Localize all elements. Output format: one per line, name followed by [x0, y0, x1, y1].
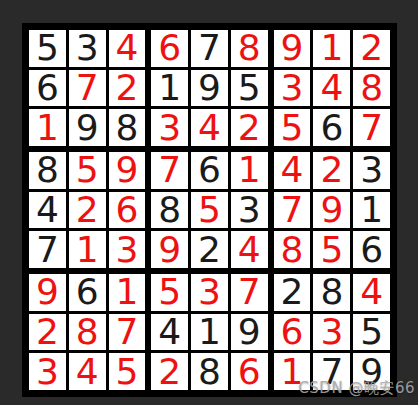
solved-digit: 2	[238, 110, 261, 146]
cell-r1c3: 4	[109, 30, 146, 67]
given-digit: 1	[198, 314, 221, 350]
cell-r5c3: 6	[109, 192, 146, 229]
solved-digit: 5	[198, 192, 221, 228]
cell-r2c5: 9	[191, 70, 228, 107]
cell-r7c8: 8	[313, 274, 350, 311]
solved-digit: 2	[320, 152, 343, 188]
solved-digit: 6	[238, 354, 261, 390]
cell-r8c3: 7	[109, 314, 146, 351]
cell-r3c8: 6	[313, 109, 350, 146]
box-4: 859426713	[29, 152, 145, 268]
given-digit: 4	[36, 192, 59, 228]
box-6: 423791856	[274, 152, 390, 268]
cell-r8c4: 4	[151, 314, 188, 351]
cell-r4c5: 6	[191, 152, 228, 189]
cell-r6c6: 4	[231, 231, 268, 268]
cell-r4c2: 5	[69, 152, 106, 189]
cell-r5c9: 1	[353, 192, 390, 229]
solved-digit: 5	[158, 274, 181, 310]
solved-digit: 7	[158, 152, 181, 188]
solved-digit: 1	[36, 110, 59, 146]
sudoku-board: 5346721986781953429123485678594267137618…	[22, 23, 397, 397]
solved-digit: 2	[158, 354, 181, 390]
given-digit: 9	[238, 314, 261, 350]
given-digit: 3	[360, 152, 383, 188]
cell-r2c3: 2	[109, 70, 146, 107]
solved-digit: 5	[115, 354, 138, 390]
cell-r6c9: 6	[353, 231, 390, 268]
solved-digit: 4	[238, 232, 261, 268]
cell-r7c5: 3	[191, 274, 228, 311]
solved-digit: 6	[158, 30, 181, 66]
cell-r9c2: 4	[69, 353, 106, 390]
cell-r3c1: 1	[29, 109, 66, 146]
given-digit: 7	[36, 232, 59, 268]
cell-r1c8: 1	[313, 30, 350, 67]
cell-r6c5: 2	[191, 231, 228, 268]
solved-digit: 5	[281, 110, 304, 146]
box-8: 537419286	[151, 274, 267, 390]
given-digit: 2	[198, 232, 221, 268]
cell-r8c5: 1	[191, 314, 228, 351]
cell-r8c9: 5	[353, 314, 390, 351]
cell-r9c3: 5	[109, 353, 146, 390]
given-digit: 6	[198, 152, 221, 188]
cell-r5c4: 8	[151, 192, 188, 229]
solved-digit: 3	[198, 274, 221, 310]
given-digit: 4	[158, 314, 181, 350]
cell-r5c2: 2	[69, 192, 106, 229]
solved-digit: 2	[36, 314, 59, 350]
cell-r5c8: 9	[313, 192, 350, 229]
given-digit: 3	[76, 30, 99, 66]
cell-r8c8: 3	[313, 314, 350, 351]
cell-r7c7: 2	[274, 274, 311, 311]
cell-r8c7: 6	[274, 314, 311, 351]
box-2: 678195342	[151, 30, 267, 146]
solved-digit: 4	[198, 110, 221, 146]
cell-r6c7: 8	[274, 231, 311, 268]
solved-digit: 7	[281, 192, 304, 228]
given-digit: 7	[198, 30, 221, 66]
solved-digit: 9	[320, 192, 343, 228]
given-digit: 6	[360, 232, 383, 268]
cell-r7c2: 6	[69, 274, 106, 311]
given-digit: 1	[360, 192, 383, 228]
solved-digit: 9	[36, 274, 59, 310]
solved-digit: 5	[76, 152, 99, 188]
given-digit: 9	[76, 110, 99, 146]
cell-r2c1: 6	[29, 70, 66, 107]
solved-digit: 7	[238, 274, 261, 310]
given-digit: 2	[281, 274, 304, 310]
solved-digit: 8	[360, 70, 383, 106]
cell-r6c2: 1	[69, 231, 106, 268]
given-digit: 3	[238, 192, 261, 228]
given-digit: 8	[198, 354, 221, 390]
given-digit: 6	[36, 70, 59, 106]
cell-r2c7: 3	[274, 70, 311, 107]
solved-digit: 1	[320, 30, 343, 66]
solved-digit: 4	[76, 354, 99, 390]
cell-r5c1: 4	[29, 192, 66, 229]
solved-digit: 5	[320, 232, 343, 268]
solved-digit: 4	[320, 70, 343, 106]
cell-r7c6: 7	[231, 274, 268, 311]
solved-digit: 8	[76, 314, 99, 350]
cell-r1c4: 6	[151, 30, 188, 67]
cell-r1c5: 7	[191, 30, 228, 67]
cell-r3c6: 2	[231, 109, 268, 146]
given-digit: 6	[76, 274, 99, 310]
given-digit: 6	[320, 110, 343, 146]
solved-digit: 6	[115, 192, 138, 228]
cell-r2c2: 7	[69, 70, 106, 107]
solved-digit: 7	[115, 314, 138, 350]
cell-r7c9: 4	[353, 274, 390, 311]
solved-digit: 1	[238, 152, 261, 188]
cell-r3c5: 4	[191, 109, 228, 146]
solved-digit: 6	[281, 314, 304, 350]
cell-r1c1: 5	[29, 30, 66, 67]
solved-digit: 8	[238, 30, 261, 66]
cell-r5c7: 7	[274, 192, 311, 229]
solved-digit: 9	[115, 152, 138, 188]
solved-digit: 7	[360, 110, 383, 146]
cell-r3c4: 3	[151, 109, 188, 146]
cell-r8c2: 8	[69, 314, 106, 351]
solved-digit: 3	[320, 314, 343, 350]
solved-digit: 3	[158, 110, 181, 146]
solved-digit: 1	[115, 274, 138, 310]
given-digit: 5	[36, 30, 59, 66]
cell-r4c7: 4	[274, 152, 311, 189]
solved-digit: 2	[360, 30, 383, 66]
solved-digit: 4	[281, 152, 304, 188]
given-digit: 5	[238, 70, 261, 106]
solved-digit: 8	[281, 232, 304, 268]
cell-r4c3: 9	[109, 152, 146, 189]
box-9: 284635179	[274, 274, 390, 390]
given-digit: 8	[158, 192, 181, 228]
cell-r4c9: 3	[353, 152, 390, 189]
cell-r9c5: 8	[191, 353, 228, 390]
cell-r1c9: 2	[353, 30, 390, 67]
cell-r6c3: 3	[109, 231, 146, 268]
cell-r9c6: 6	[231, 353, 268, 390]
cell-r9c4: 2	[151, 353, 188, 390]
given-digit: 8	[36, 152, 59, 188]
box-3: 912348567	[274, 30, 390, 146]
given-digit: 1	[158, 70, 181, 106]
given-digit: 5	[360, 314, 383, 350]
cell-r4c8: 2	[313, 152, 350, 189]
box-5: 761853924	[151, 152, 267, 268]
solved-digit: 3	[115, 232, 138, 268]
cell-r3c3: 8	[109, 109, 146, 146]
solved-digit: 9	[281, 30, 304, 66]
solved-digit: 4	[360, 274, 383, 310]
cell-r3c2: 9	[69, 109, 106, 146]
cell-r1c7: 9	[274, 30, 311, 67]
given-digit: 8	[115, 110, 138, 146]
cell-r3c7: 5	[274, 109, 311, 146]
cell-r8c1: 2	[29, 314, 66, 351]
cell-r1c6: 8	[231, 30, 268, 67]
solved-digit: 1	[76, 232, 99, 268]
cell-r9c1: 3	[29, 353, 66, 390]
cell-r6c4: 9	[151, 231, 188, 268]
cell-r5c5: 5	[191, 192, 228, 229]
cell-r2c8: 4	[313, 70, 350, 107]
cell-r5c6: 3	[231, 192, 268, 229]
cell-r7c1: 9	[29, 274, 66, 311]
box-1: 534672198	[29, 30, 145, 146]
given-digit: 9	[198, 70, 221, 106]
given-digit: 8	[320, 274, 343, 310]
solved-digit: 7	[76, 70, 99, 106]
solved-digit: 2	[115, 70, 138, 106]
cell-r7c3: 1	[109, 274, 146, 311]
cell-r2c6: 5	[231, 70, 268, 107]
cell-r7c4: 5	[151, 274, 188, 311]
cell-r4c6: 1	[231, 152, 268, 189]
cell-r6c1: 7	[29, 231, 66, 268]
cell-r8c6: 9	[231, 314, 268, 351]
csdn-watermark: CSDN @晚安66	[298, 379, 415, 398]
solved-digit: 4	[115, 30, 138, 66]
solved-digit: 3	[36, 354, 59, 390]
box-7: 961287345	[29, 274, 145, 390]
solved-digit: 3	[281, 70, 304, 106]
cell-r2c4: 1	[151, 70, 188, 107]
cell-r4c1: 8	[29, 152, 66, 189]
cell-r1c2: 3	[69, 30, 106, 67]
solved-digit: 9	[158, 232, 181, 268]
cell-r2c9: 8	[353, 70, 390, 107]
cell-r4c4: 7	[151, 152, 188, 189]
cell-r6c8: 5	[313, 231, 350, 268]
solved-digit: 2	[76, 192, 99, 228]
cell-r3c9: 7	[353, 109, 390, 146]
